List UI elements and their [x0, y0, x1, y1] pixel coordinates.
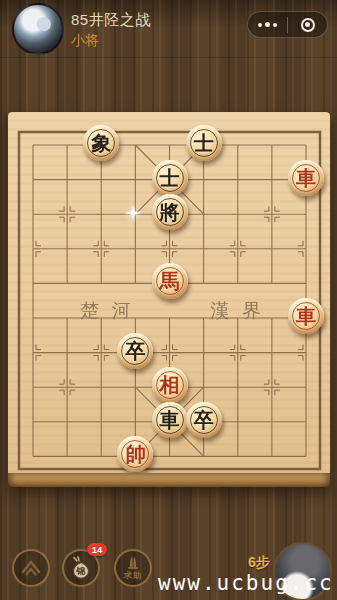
xiangqi-board[interactable]: 楚河 漢界 象士士車將馬車卒相車卒帥 — [8, 112, 330, 473]
level-title: 85井陉之战 — [71, 11, 151, 30]
piece-red-馬[interactable]: 馬 — [152, 263, 188, 299]
piece-black-士[interactable]: 士 — [186, 125, 222, 161]
double-chevron-up-icon — [18, 555, 44, 581]
svg-text:锦: 锦 — [76, 566, 86, 576]
piece-glyph: 士 — [194, 133, 214, 153]
ask-help-button[interactable]: 求助 — [114, 549, 152, 587]
xiangqi-board-wrap: 楚河 漢界 象士士車將馬車卒相車卒帥 — [8, 112, 330, 487]
hint-count-badge: 14 — [87, 543, 107, 556]
steps-counter: 6步 — [248, 554, 270, 572]
piece-glyph: 帥 — [125, 444, 145, 464]
more-dots-icon — [258, 22, 277, 27]
piece-red-車[interactable]: 車 — [288, 160, 324, 196]
piece-glyph: 相 — [160, 375, 180, 395]
level-rank-label: 小将 — [71, 32, 99, 50]
piece-black-車[interactable]: 車 — [152, 402, 188, 438]
player-avatar — [12, 3, 64, 55]
piece-glyph: 士 — [160, 168, 180, 188]
river-label-left: 楚河 — [80, 298, 144, 324]
expand-toolbar-button[interactable] — [12, 549, 50, 587]
piece-glyph: 將 — [160, 202, 180, 222]
move-highlight-sparkle — [125, 205, 141, 221]
miniprogram-capsule — [247, 11, 328, 38]
piece-black-卒[interactable]: 卒 — [117, 333, 153, 369]
help-label: 求助 — [124, 570, 142, 581]
menu-dots-button[interactable] — [248, 12, 287, 37]
piece-black-象[interactable]: 象 — [83, 125, 119, 161]
piece-glyph: 馬 — [160, 271, 180, 291]
piece-red-車[interactable]: 車 — [288, 298, 324, 334]
exit-button[interactable] — [288, 12, 327, 37]
piece-glyph: 卒 — [125, 341, 145, 361]
piece-glyph: 車 — [296, 168, 316, 188]
wood-plank-seam — [0, 57, 337, 59]
river-label-right: 漢界 — [210, 298, 274, 324]
piece-black-將[interactable]: 將 — [152, 194, 188, 230]
piece-black-士[interactable]: 士 — [152, 160, 188, 196]
board-bottom-bevel — [8, 473, 330, 487]
piece-red-相[interactable]: 相 — [152, 367, 188, 403]
piece-glyph: 車 — [296, 306, 316, 326]
piece-glyph: 車 — [160, 410, 180, 430]
piece-glyph: 卒 — [194, 410, 214, 430]
piece-black-卒[interactable]: 卒 — [186, 402, 222, 438]
watermark-text: www.ucbug.cc — [158, 571, 334, 595]
target-icon — [301, 18, 315, 32]
money-bag-icon: 锦 — [66, 553, 96, 583]
piece-glyph: 象 — [91, 133, 111, 153]
